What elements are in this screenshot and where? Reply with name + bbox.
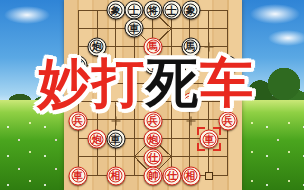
board-cell: [172, 139, 191, 157]
piece-character: 将: [146, 3, 160, 17]
piece-red-elephant[interactable]: 相: [181, 166, 200, 185]
piece-red-chariot[interactable]: 車: [200, 130, 219, 149]
piece-character: 兵: [71, 114, 85, 128]
piece-character: 兵: [146, 114, 160, 128]
piece-character: 車: [202, 132, 216, 146]
piece-character: 仕: [165, 169, 179, 183]
piece-red-general[interactable]: 帥: [144, 166, 163, 185]
piece-character: 象: [109, 3, 123, 17]
piece-character: 相: [109, 169, 123, 183]
cloud: [250, 4, 300, 24]
piece-character: 仕: [146, 151, 160, 165]
banner-char: 车: [200, 52, 254, 113]
board-cell: [79, 11, 98, 29]
last-move-from-marker: [205, 172, 213, 180]
piece-character: 象: [184, 3, 198, 17]
piece-character: 車: [127, 21, 141, 35]
piece-black-general[interactable]: 将: [144, 1, 163, 20]
position-marker: [186, 116, 195, 125]
piece-red-advisor[interactable]: 仕: [162, 166, 181, 185]
piece-character: 帥: [146, 169, 160, 183]
piece-red-cannon[interactable]: 炮: [87, 130, 106, 149]
piece-red-soldier[interactable]: 兵: [69, 111, 88, 130]
position-marker: [111, 116, 120, 125]
piece-red-chariot[interactable]: 車: [69, 166, 88, 185]
piece-red-advisor[interactable]: 仕: [144, 148, 163, 167]
piece-black-advisor[interactable]: 士: [162, 1, 181, 20]
piece-character: 兵: [221, 114, 235, 128]
piece-character: 炮: [90, 132, 104, 146]
board-cell: [209, 11, 228, 29]
banner-char: 打: [92, 52, 146, 113]
piece-red-soldier[interactable]: 兵: [144, 111, 163, 130]
piece-black-chariot[interactable]: 車: [125, 19, 144, 38]
title-banner: 妙打死车: [0, 56, 298, 109]
screenshot-root: 象士将士象車炮馬馬卒卒卒卒兵兵兵兵炮車炮車仕車相帥仕相 妙打死车: [0, 0, 304, 190]
piece-character: 車: [71, 169, 85, 183]
piece-black-chariot[interactable]: 車: [106, 130, 125, 149]
piece-character: 相: [184, 169, 198, 183]
piece-character: 士: [127, 3, 141, 17]
banner-char: 死: [146, 52, 200, 113]
piece-character: 車: [109, 132, 123, 146]
piece-red-elephant[interactable]: 相: [106, 166, 125, 185]
piece-black-advisor[interactable]: 士: [125, 1, 144, 20]
banner-char: 妙: [38, 52, 92, 113]
piece-red-soldier[interactable]: 兵: [219, 111, 238, 130]
piece-black-elephant[interactable]: 象: [181, 1, 200, 20]
piece-character: 炮: [146, 132, 160, 146]
piece-black-elephant[interactable]: 象: [106, 1, 125, 20]
cloud: [4, 6, 50, 24]
cloud: [268, 30, 304, 46]
piece-character: 士: [165, 3, 179, 17]
piece-red-cannon[interactable]: 炮: [144, 130, 163, 149]
position-marker: [205, 42, 214, 51]
